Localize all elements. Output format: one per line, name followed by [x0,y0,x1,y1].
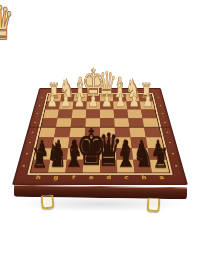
brass-clasp-left [41,195,55,210]
brass-clasp-right [147,198,161,213]
product-photo[interactable]: ♜♞♝♚♛♝♞♜♟♟♟♟♟♟♟♟♟♟♟♟♟♟♟♟♜♞♝♚♛♝♞♜ hgfedcb… [0,0,200,280]
hardware-layer [0,0,200,280]
